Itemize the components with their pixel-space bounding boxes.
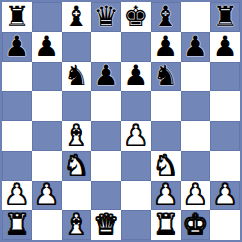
square-g3[interactable] [181,151,211,181]
square-d5[interactable] [91,91,121,121]
black-pawn: ♟ [94,62,119,90]
square-b8[interactable] [32,2,62,32]
square-h6[interactable] [210,62,240,92]
white-queen: ♛ [94,211,119,239]
square-c7[interactable] [62,32,92,62]
square-a7[interactable]: ♟ [2,32,32,62]
square-e5[interactable] [121,91,151,121]
chess-board: ♜♝♛♚♝♜♟♟♟♟♟♞♟♟♞♝♟♞♞♟♟♟♟♟♜♝♛♜♚ [0,0,242,242]
square-h4[interactable] [210,121,240,151]
square-b1[interactable] [32,210,62,240]
square-b2[interactable]: ♟ [32,181,62,211]
square-g2[interactable]: ♟ [181,181,211,211]
square-g8[interactable] [181,2,211,32]
white-pawn: ♟ [213,181,238,209]
white-pawn: ♟ [4,181,29,209]
square-f4[interactable] [151,121,181,151]
square-f3[interactable]: ♞ [151,151,181,181]
square-f8[interactable]: ♝ [151,2,181,32]
square-h5[interactable] [210,91,240,121]
black-king: ♚ [123,3,148,31]
square-c2[interactable] [62,181,92,211]
white-pawn: ♟ [153,181,178,209]
square-d3[interactable] [91,151,121,181]
square-b6[interactable] [32,62,62,92]
square-e2[interactable] [121,181,151,211]
square-c5[interactable] [62,91,92,121]
square-d4[interactable] [91,121,121,151]
square-h2[interactable]: ♟ [210,181,240,211]
white-pawn: ♟ [34,181,59,209]
white-king: ♚ [183,211,208,239]
black-pawn: ♟ [123,62,148,90]
square-a2[interactable]: ♟ [2,181,32,211]
square-e7[interactable] [121,32,151,62]
square-b7[interactable]: ♟ [32,32,62,62]
square-a5[interactable] [2,91,32,121]
black-pawn: ♟ [4,33,29,61]
square-c6[interactable]: ♞ [62,62,92,92]
white-rook: ♜ [4,211,29,239]
white-knight: ♞ [153,152,178,180]
black-knight: ♞ [153,62,178,90]
square-a3[interactable] [2,151,32,181]
black-rook: ♜ [213,3,238,31]
black-rook: ♜ [4,3,29,31]
chess-board-wrapper: ♜♝♛♚♝♜♟♟♟♟♟♞♟♟♞♝♟♞♞♟♟♟♟♟♜♝♛♜♚ [0,0,242,242]
square-f6[interactable]: ♞ [151,62,181,92]
square-e3[interactable] [121,151,151,181]
square-f2[interactable]: ♟ [151,181,181,211]
square-c4[interactable]: ♝ [62,121,92,151]
black-pawn: ♟ [153,33,178,61]
white-rook: ♜ [153,211,178,239]
white-knight: ♞ [64,152,89,180]
square-f7[interactable]: ♟ [151,32,181,62]
square-a8[interactable]: ♜ [2,2,32,32]
black-bishop: ♝ [64,3,89,31]
square-g7[interactable]: ♟ [181,32,211,62]
square-c8[interactable]: ♝ [62,2,92,32]
square-h7[interactable]: ♟ [210,32,240,62]
square-g1[interactable]: ♚ [181,210,211,240]
square-d7[interactable] [91,32,121,62]
square-d2[interactable] [91,181,121,211]
square-c1[interactable]: ♝ [62,210,92,240]
square-e1[interactable] [121,210,151,240]
square-a6[interactable] [2,62,32,92]
square-h1[interactable] [210,210,240,240]
white-pawn: ♟ [183,181,208,209]
white-bishop: ♝ [64,211,89,239]
black-bishop: ♝ [153,3,178,31]
white-pawn: ♟ [123,122,148,150]
square-f1[interactable]: ♜ [151,210,181,240]
square-d8[interactable]: ♛ [91,2,121,32]
square-f5[interactable] [151,91,181,121]
white-bishop: ♝ [64,122,89,150]
black-pawn: ♟ [34,33,59,61]
square-a4[interactable] [2,121,32,151]
square-b3[interactable] [32,151,62,181]
black-knight: ♞ [64,62,89,90]
square-a1[interactable]: ♜ [2,210,32,240]
square-g4[interactable] [181,121,211,151]
square-d1[interactable]: ♛ [91,210,121,240]
black-pawn: ♟ [213,33,238,61]
square-g6[interactable] [181,62,211,92]
square-h8[interactable]: ♜ [210,2,240,32]
square-e4[interactable]: ♟ [121,121,151,151]
black-pawn: ♟ [183,33,208,61]
black-queen: ♛ [94,3,119,31]
square-e8[interactable]: ♚ [121,2,151,32]
square-c3[interactable]: ♞ [62,151,92,181]
square-g5[interactable] [181,91,211,121]
square-b4[interactable] [32,121,62,151]
square-d6[interactable]: ♟ [91,62,121,92]
square-h3[interactable] [210,151,240,181]
square-b5[interactable] [32,91,62,121]
square-e6[interactable]: ♟ [121,62,151,92]
